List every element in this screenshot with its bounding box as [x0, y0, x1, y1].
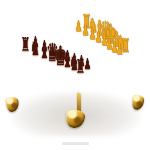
square	[109, 51, 121, 58]
amber-chess-set-photo: ♜♞♝♛♚♝♞♜♟♟♟♟♟♟♟♟♟♟♟♟♟♟♟♟♜♞♝♛♚♝♞♜	[0, 0, 150, 150]
square	[102, 54, 114, 61]
watermark	[62, 142, 89, 145]
square	[84, 35, 98, 42]
piece-black-king: ♚	[53, 42, 68, 69]
square	[94, 64, 106, 71]
square	[38, 55, 53, 63]
piece-white-pawn: ♟	[81, 23, 89, 38]
square	[61, 45, 75, 53]
square	[94, 71, 106, 77]
brass-plaque	[39, 80, 49, 93]
piece-black-knight: ♞	[68, 53, 79, 73]
square	[82, 49, 95, 56]
piece-black-rook: ♜	[75, 57, 85, 76]
square	[101, 61, 113, 68]
square	[54, 40, 69, 48]
piece-black-bishop: ♝	[38, 41, 50, 62]
square	[46, 44, 61, 52]
piece-white-pawn: ♟	[116, 42, 124, 57]
square	[120, 58, 132, 64]
square	[61, 59, 75, 66]
square	[68, 49, 82, 56]
square	[30, 51, 46, 59]
square	[69, 33, 83, 41]
board-squares	[20, 29, 133, 87]
piece-white-rook: ♜	[121, 36, 131, 55]
square	[108, 58, 120, 65]
square	[46, 59, 61, 66]
piece-white-pawn: ♟	[100, 33, 108, 48]
piece-black-rook: ♜	[21, 35, 31, 54]
square	[46, 66, 61, 73]
piece-black-pawn: ♟	[64, 49, 72, 64]
square	[88, 67, 101, 74]
piece-black-pawn: ♟	[40, 39, 48, 54]
piece-white-bishop: ♝	[110, 29, 122, 50]
square	[89, 53, 102, 60]
piece-black-pawn: ♟	[48, 43, 56, 58]
square	[90, 39, 103, 46]
square	[82, 57, 95, 64]
piece-black-queen: ♛	[45, 40, 59, 65]
square	[53, 55, 68, 62]
piece-black-knight: ♞	[30, 38, 41, 58]
square	[61, 52, 75, 59]
square	[53, 70, 67, 77]
piece-white-bishop: ♝	[94, 18, 106, 39]
piece-white-knight: ♞	[116, 32, 127, 52]
piece-white-pawn: ♟	[105, 37, 113, 52]
piece-black-pawn: ♟	[56, 46, 64, 61]
square	[81, 64, 94, 71]
square	[95, 57, 108, 64]
square	[103, 47, 116, 54]
gilded-foot-right	[131, 94, 145, 111]
square	[87, 74, 100, 80]
square	[80, 77, 93, 83]
square	[54, 48, 69, 56]
square	[83, 42, 97, 49]
square	[76, 45, 90, 52]
square	[53, 63, 67, 70]
square	[67, 77, 80, 84]
chess-board	[2, 21, 144, 94]
square	[68, 56, 82, 63]
square	[88, 60, 101, 67]
piece-black-pawn: ♟	[71, 52, 79, 67]
piece-black-bishop: ♝	[61, 50, 73, 71]
piece-white-pawn: ♟	[94, 30, 102, 45]
piece-black-pawn: ♟	[31, 35, 39, 50]
piece-black-pawn: ♟	[77, 54, 85, 69]
square	[77, 30, 91, 38]
square	[60, 66, 74, 73]
square	[68, 63, 82, 70]
square	[75, 53, 89, 60]
piece-black-pawn: ♟	[83, 57, 91, 72]
square	[69, 41, 83, 49]
square	[81, 70, 94, 77]
piece-white-knight: ♞	[88, 15, 99, 35]
square	[74, 67, 87, 74]
square	[73, 80, 86, 86]
square	[107, 64, 119, 70]
piece-white-rook: ♜	[81, 12, 91, 31]
square	[76, 38, 90, 45]
piece-white-king: ♚	[104, 20, 119, 47]
square	[114, 55, 126, 62]
square	[46, 51, 61, 59]
piece-white-pawn: ♟	[74, 19, 82, 34]
square	[74, 74, 87, 81]
square	[67, 70, 81, 77]
square	[96, 50, 109, 57]
square	[62, 37, 77, 45]
square	[89, 46, 102, 53]
square	[22, 54, 38, 62]
square	[38, 62, 53, 69]
square	[30, 58, 46, 66]
square	[75, 60, 88, 67]
piece-white-queen: ♛	[99, 18, 113, 43]
piece-white-pawn: ♟	[111, 40, 119, 55]
piece-white-pawn: ♟	[88, 27, 96, 42]
square	[97, 43, 110, 50]
square	[60, 73, 74, 80]
square	[38, 47, 54, 55]
square	[100, 67, 112, 73]
square	[113, 61, 125, 67]
